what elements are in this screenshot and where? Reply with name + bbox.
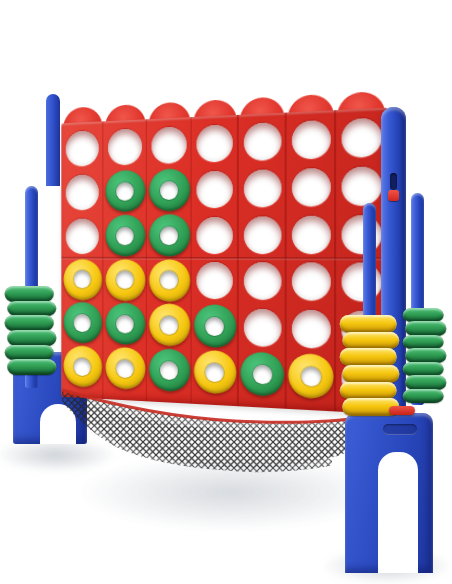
yellow-storage-disc: [340, 382, 397, 400]
board-cell-r1c1: [61, 126, 103, 171]
green-disc: [149, 348, 190, 392]
board-cell-r2c5: [238, 164, 286, 212]
board-cell-r3c6: [286, 211, 336, 259]
hole: [292, 263, 331, 302]
slider-slot: [390, 173, 397, 190]
yellow-disc: [289, 353, 334, 399]
green-storage-disc: [5, 345, 54, 361]
hole: [197, 170, 233, 208]
board-cell-r3c7: [336, 210, 387, 258]
board-cell-r3c4: [192, 212, 238, 258]
board-cell-r5c4: [192, 303, 238, 350]
board-cell-r1c4: [192, 120, 238, 167]
hole: [197, 216, 233, 253]
green-disc: [105, 215, 145, 257]
board-cell-r1c5: [238, 118, 286, 166]
board-cell-r4c7: [336, 258, 387, 307]
giant-connect-four-photo: [0, 0, 452, 584]
yellow-disc: [105, 259, 145, 301]
hole: [108, 129, 142, 166]
board-cell-r4c1: [61, 258, 103, 302]
board-cell-r1c6: [286, 115, 336, 164]
yellow-storage-disc: [342, 365, 399, 383]
board-grid: [61, 113, 387, 404]
board-cell-r6c5: [238, 350, 286, 398]
green-disc: [149, 214, 190, 257]
board-cell-r6c1: [61, 344, 103, 389]
green-storage-disc: [403, 362, 444, 376]
green-storage-disc: [7, 359, 56, 375]
hole: [292, 168, 331, 207]
hole: [243, 122, 281, 161]
board-cell-r2c7: [336, 161, 387, 210]
green-storage-disc: [405, 375, 446, 389]
board-cell-r6c3: [147, 347, 192, 394]
board-cell-r5c1: [61, 301, 103, 346]
scallop-top-edge: [61, 91, 387, 109]
hole: [292, 309, 331, 348]
green-disc: [105, 303, 145, 346]
board-cell-r4c2: [103, 258, 147, 303]
hole: [66, 174, 99, 210]
hole: [243, 169, 281, 207]
floor-reflection-center: [80, 455, 380, 530]
green-storage-disc: [405, 321, 446, 335]
hole: [292, 215, 331, 254]
board-cell-r2c6: [286, 163, 336, 211]
board-cell-r5c3: [147, 302, 192, 348]
hole: [341, 166, 381, 206]
hole: [197, 125, 233, 163]
right-leg: [345, 413, 433, 573]
yellow-disc: [194, 350, 236, 395]
board-cell-r3c5: [238, 211, 286, 258]
board-cell-r1c7: [336, 113, 387, 163]
left-frame-post: [46, 94, 60, 186]
green-storage-disc: [403, 335, 444, 349]
board-cell-r6c2: [103, 346, 147, 392]
board-cell-r4c4: [192, 258, 238, 304]
left-leg-arch-cutout: [40, 404, 76, 444]
green-disc: [240, 352, 284, 398]
green-disc: [105, 170, 145, 213]
yellow-disc: [63, 345, 101, 388]
board-cell-r4c5: [238, 258, 286, 305]
board-cell-r2c2: [103, 169, 147, 214]
board-cell-r2c1: [61, 170, 103, 214]
board-cell-r1c2: [103, 124, 147, 170]
yellow-disc: [149, 259, 190, 302]
brand-plaque: [383, 424, 417, 435]
hole: [341, 118, 381, 158]
green-storage-disc: [5, 286, 54, 302]
yellow-storage-disc: [342, 332, 399, 350]
board-cell-r2c4: [192, 166, 238, 213]
board-cell-r2c3: [147, 167, 192, 213]
hole: [197, 262, 233, 299]
green-storage-disc: [7, 301, 56, 317]
hole: [152, 127, 187, 165]
board-cell-r1c3: [147, 122, 192, 169]
right-green-disc-stack: [404, 309, 445, 403]
hole: [66, 131, 99, 168]
board-cell-r6c4: [192, 349, 238, 397]
green-storage-disc: [5, 315, 54, 331]
right-yellow-disc-stack: [341, 316, 398, 416]
yellow-storage-disc: [340, 315, 397, 333]
board-cell-r3c2: [103, 213, 147, 258]
yellow-disc: [63, 259, 101, 300]
release-lever: [389, 406, 415, 415]
board-cell-r6c6: [286, 352, 336, 401]
green-storage-disc: [405, 348, 446, 362]
board-cell-r5c5: [238, 304, 286, 352]
board-cell-r4c3: [147, 258, 192, 303]
slider-red-knob: [388, 190, 399, 201]
yellow-storage-disc: [340, 348, 397, 366]
game-board: [61, 91, 387, 415]
board-cell-r5c2: [103, 302, 147, 347]
yellow-disc: [149, 304, 190, 347]
board-cell-r4c6: [286, 258, 336, 306]
green-disc: [194, 305, 236, 349]
green-storage-disc: [403, 308, 444, 322]
hole: [292, 120, 331, 160]
board-cell-r3c1: [61, 214, 103, 258]
hole: [243, 309, 281, 348]
hole: [243, 262, 281, 300]
hole: [243, 216, 281, 254]
board-cell-r3c3: [147, 213, 192, 258]
hole: [66, 218, 99, 253]
left-disc-stack: [6, 287, 55, 375]
right-leg-arch-cutout: [378, 452, 418, 573]
green-disc: [149, 169, 190, 212]
yellow-disc: [105, 347, 145, 390]
board-cell-r5c6: [286, 305, 336, 354]
green-storage-disc: [7, 330, 56, 346]
green-disc: [63, 302, 101, 344]
green-storage-disc: [403, 389, 444, 403]
